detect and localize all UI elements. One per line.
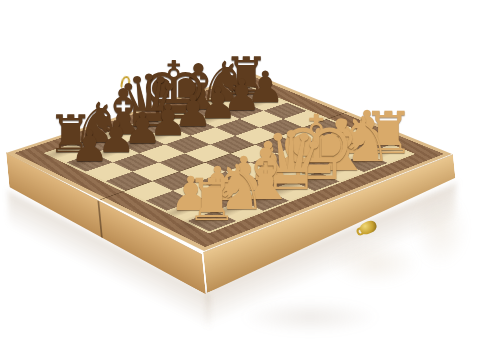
pieces-layer: ♜♞♝♛♚♝♞♜♟♟♟♟♟♟♟♟♟♟♟♟♟♟♟♟♜♞♝♛♚♝♞♜ xyxy=(0,0,480,360)
white-rook-a1: ♜ xyxy=(186,171,238,229)
black-pawn-a7: ♟ xyxy=(70,125,109,168)
product-photo-stage: ♜♞♝♛♚♝♞♜♟♟♟♟♟♟♟♟♟♟♟♟♟♟♟♟♜♞♝♛♚♝♞♜ xyxy=(0,0,480,360)
